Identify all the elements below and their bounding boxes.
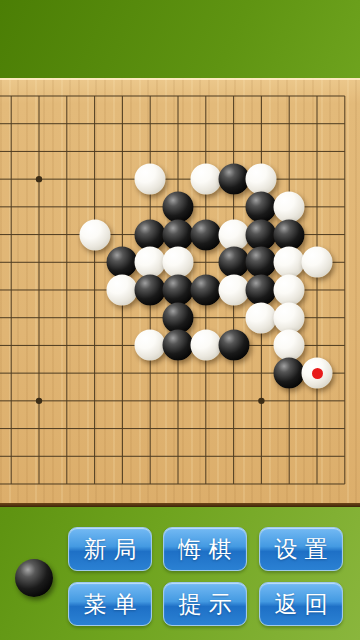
stone-white — [274, 247, 305, 278]
stone-white — [135, 247, 166, 278]
stone-white — [218, 219, 249, 250]
stone-black — [163, 274, 194, 305]
stone-white — [302, 358, 333, 389]
stone-black — [274, 219, 305, 250]
settings-button[interactable]: 设置 — [259, 527, 343, 571]
stone-black — [190, 274, 221, 305]
stone-black — [218, 247, 249, 278]
stone-black — [218, 330, 249, 361]
stone-white — [135, 164, 166, 195]
stone-black — [274, 358, 305, 389]
stone-white — [190, 164, 221, 195]
stone-black — [246, 247, 277, 278]
stone-white — [246, 302, 277, 333]
menu-button[interactable]: 菜单 — [68, 582, 152, 626]
stone-white — [274, 191, 305, 222]
turn-indicator-black-stone — [15, 559, 53, 597]
stone-white — [79, 219, 110, 250]
stone-black — [107, 247, 138, 278]
stone-white — [274, 274, 305, 305]
stone-black — [163, 330, 194, 361]
stone-white — [190, 330, 221, 361]
undo-button[interactable]: 悔棋 — [163, 527, 247, 571]
stone-white — [107, 274, 138, 305]
stone-black — [246, 219, 277, 250]
stone-white — [274, 302, 305, 333]
stone-black — [163, 191, 194, 222]
stone-black — [163, 302, 194, 333]
hint-button[interactable]: 提示 — [163, 582, 247, 626]
stone-black — [246, 191, 277, 222]
stone-white — [218, 274, 249, 305]
stone-white — [135, 330, 166, 361]
stone-black — [218, 164, 249, 195]
last-move-marker — [312, 368, 323, 379]
stone-white — [163, 247, 194, 278]
stone-black — [190, 219, 221, 250]
app-screen: 新局 悔棋 设置 菜单 提示 返回 — [0, 0, 360, 640]
back-button[interactable]: 返回 — [259, 582, 343, 626]
stone-black — [246, 274, 277, 305]
goban-board[interactable] — [0, 78, 360, 503]
stone-black — [135, 274, 166, 305]
stone-black — [163, 219, 194, 250]
new-game-button[interactable]: 新局 — [68, 527, 152, 571]
stone-white — [274, 330, 305, 361]
stone-black — [135, 219, 166, 250]
stone-white — [302, 247, 333, 278]
board-bottom-edge — [0, 503, 360, 507]
stone-white — [246, 164, 277, 195]
